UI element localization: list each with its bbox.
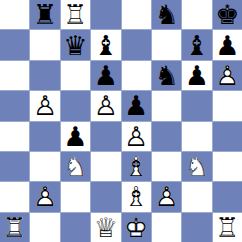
square-f4[interactable] xyxy=(152,122,181,151)
square-g4[interactable] xyxy=(182,122,211,151)
square-a2[interactable] xyxy=(0,182,29,211)
black-pawn[interactable]: ♟ xyxy=(91,61,120,90)
piece-outline-layer: ♖ xyxy=(0,213,29,242)
black-bishop[interactable]: ♝ xyxy=(91,30,120,59)
square-a6[interactable] xyxy=(0,61,29,90)
square-d5[interactable]: ♟♙ xyxy=(91,91,120,120)
square-f5[interactable] xyxy=(152,91,181,120)
square-g7[interactable]: ♝ xyxy=(182,30,211,59)
piece-outline-layer: ♕ xyxy=(91,213,120,242)
square-h3[interactable] xyxy=(213,152,242,181)
piece-outline-layer: ♗ xyxy=(122,182,151,211)
square-f7[interactable] xyxy=(152,30,181,59)
white-bishop[interactable]: ♝♗ xyxy=(122,152,151,181)
black-bishop[interactable]: ♝ xyxy=(182,30,211,59)
black-pawn[interactable]: ♟ xyxy=(182,61,211,90)
black-knight[interactable]: ♞ xyxy=(152,0,181,29)
square-d2[interactable] xyxy=(91,182,120,211)
square-h6[interactable]: ♟♙ xyxy=(213,61,242,90)
square-c5[interactable] xyxy=(61,91,90,120)
square-e6[interactable] xyxy=(122,61,151,90)
square-d8[interactable] xyxy=(91,0,120,29)
square-c3[interactable]: ♞♘ xyxy=(61,152,90,181)
square-g1[interactable] xyxy=(182,213,211,242)
square-c6[interactable] xyxy=(61,61,90,90)
square-e5[interactable]: ♟ xyxy=(122,91,151,120)
piece-outline-layer: ♙ xyxy=(30,91,59,120)
black-pawn[interactable]: ♟ xyxy=(122,91,151,120)
square-h4[interactable] xyxy=(213,122,242,151)
square-g5[interactable] xyxy=(182,91,211,120)
square-f1[interactable] xyxy=(152,213,181,242)
square-h8[interactable]: ♚ xyxy=(213,0,242,29)
piece-outline-layer: ♙ xyxy=(213,61,242,90)
square-d7[interactable]: ♝ xyxy=(91,30,120,59)
square-g8[interactable] xyxy=(182,0,211,29)
piece-outline-layer: ♗ xyxy=(122,152,151,181)
piece-outline-layer: ♙ xyxy=(30,182,59,211)
white-pawn[interactable]: ♟♙ xyxy=(122,122,151,151)
piece-outline-layer: ♙ xyxy=(122,122,151,151)
square-a1[interactable]: ♜♖ xyxy=(0,213,29,242)
square-a5[interactable] xyxy=(0,91,29,120)
chess-board: ♜♜♖♞♚♛♝♝♟♟♞♟♟♙♟♙♟♙♟♟♟♙♞♘♝♗♞♘♟♙♝♗♟♙♜♖♛♕♚♔… xyxy=(0,0,242,242)
square-b1[interactable] xyxy=(30,213,59,242)
square-f3[interactable] xyxy=(152,152,181,181)
white-pawn[interactable]: ♟♙ xyxy=(91,91,120,120)
square-e1[interactable]: ♚♔ xyxy=(122,213,151,242)
white-pawn[interactable]: ♟♙ xyxy=(30,182,59,211)
square-d4[interactable] xyxy=(91,122,120,151)
piece-outline-layer: ♖ xyxy=(213,213,242,242)
white-rook[interactable]: ♜♖ xyxy=(0,213,29,242)
piece-outline-layer: ♙ xyxy=(152,182,181,211)
square-c8[interactable]: ♜♖ xyxy=(61,0,90,29)
square-b8[interactable]: ♜ xyxy=(30,0,59,29)
square-c2[interactable] xyxy=(61,182,90,211)
piece-outline-layer: ♖ xyxy=(61,0,90,29)
white-pawn[interactable]: ♟♙ xyxy=(152,182,181,211)
square-b7[interactable] xyxy=(30,30,59,59)
square-f8[interactable]: ♞ xyxy=(152,0,181,29)
white-rook[interactable]: ♜♖ xyxy=(61,0,90,29)
black-rook[interactable]: ♜ xyxy=(30,0,59,29)
white-queen[interactable]: ♛♕ xyxy=(91,213,120,242)
square-e2[interactable]: ♝♗ xyxy=(122,182,151,211)
white-pawn[interactable]: ♟♙ xyxy=(30,91,59,120)
square-b2[interactable]: ♟♙ xyxy=(30,182,59,211)
piece-outline-layer: ♘ xyxy=(61,152,90,181)
square-c4[interactable]: ♟ xyxy=(61,122,90,151)
white-bishop[interactable]: ♝♗ xyxy=(122,182,151,211)
white-knight[interactable]: ♞♘ xyxy=(182,152,211,181)
square-e8[interactable] xyxy=(122,0,151,29)
square-h7[interactable]: ♟ xyxy=(213,30,242,59)
white-king[interactable]: ♚♔ xyxy=(122,213,151,242)
piece-outline-layer: ♙ xyxy=(91,91,120,120)
square-d3[interactable] xyxy=(91,152,120,181)
piece-outline-layer: ♘ xyxy=(182,152,211,181)
square-b6[interactable] xyxy=(30,61,59,90)
square-e3[interactable]: ♝♗ xyxy=(122,152,151,181)
black-queen[interactable]: ♛ xyxy=(61,30,90,59)
square-h1[interactable]: ♜♖ xyxy=(213,213,242,242)
square-a4[interactable] xyxy=(0,122,29,151)
white-rook[interactable]: ♜♖ xyxy=(213,213,242,242)
square-c7[interactable]: ♛ xyxy=(61,30,90,59)
square-g3[interactable]: ♞♘ xyxy=(182,152,211,181)
black-knight[interactable]: ♞ xyxy=(152,61,181,90)
square-e7[interactable] xyxy=(122,30,151,59)
square-g6[interactable]: ♟ xyxy=(182,61,211,90)
black-pawn[interactable]: ♟ xyxy=(61,122,90,151)
square-a7[interactable] xyxy=(0,30,29,59)
square-h5[interactable] xyxy=(213,91,242,120)
square-f6[interactable]: ♞ xyxy=(152,61,181,90)
black-king[interactable]: ♚ xyxy=(213,0,242,29)
square-h2[interactable] xyxy=(213,182,242,211)
white-pawn[interactable]: ♟♙ xyxy=(213,61,242,90)
square-d1[interactable]: ♛♕ xyxy=(91,213,120,242)
piece-outline-layer: ♔ xyxy=(122,213,151,242)
square-b4[interactable] xyxy=(30,122,59,151)
square-c1[interactable] xyxy=(61,213,90,242)
square-b5[interactable]: ♟♙ xyxy=(30,91,59,120)
square-d6[interactable]: ♟ xyxy=(91,61,120,90)
square-g2[interactable] xyxy=(182,182,211,211)
square-f2[interactable]: ♟♙ xyxy=(152,182,181,211)
black-pawn[interactable]: ♟ xyxy=(213,30,242,59)
square-b3[interactable] xyxy=(30,152,59,181)
white-knight[interactable]: ♞♘ xyxy=(61,152,90,181)
square-a3[interactable] xyxy=(0,152,29,181)
square-a8[interactable] xyxy=(0,0,29,29)
square-e4[interactable]: ♟♙ xyxy=(122,122,151,151)
